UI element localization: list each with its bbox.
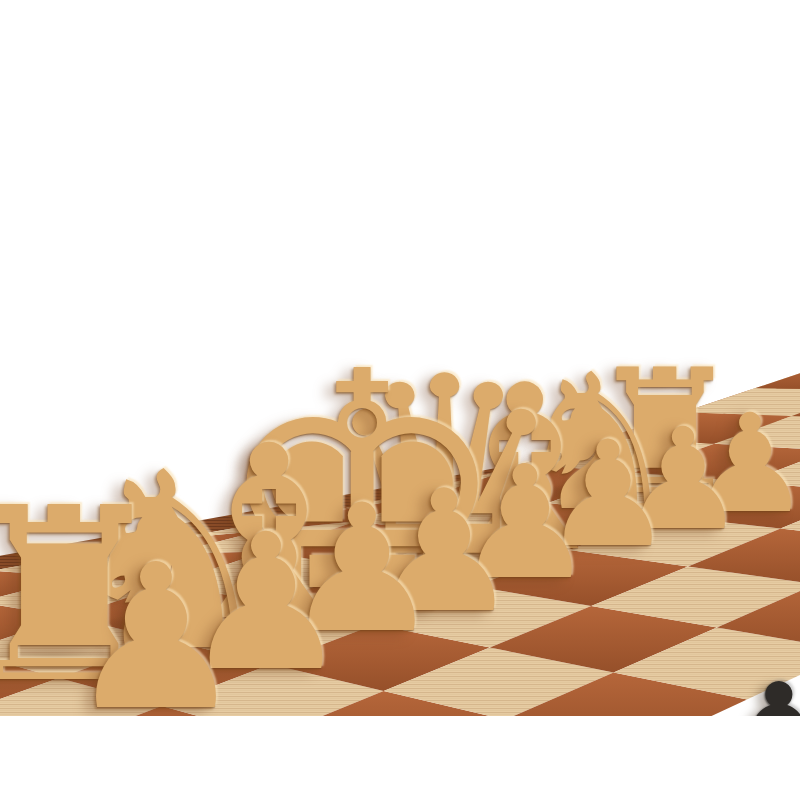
photo-crop-bottom	[0, 716, 800, 800]
white-pawn-1[interactable]: ♟	[66, 538, 245, 738]
chess-set-photo: ♜♞♟♝♟♚♟♛♟♝♟♞♟♜♟♟♟	[0, 0, 800, 800]
